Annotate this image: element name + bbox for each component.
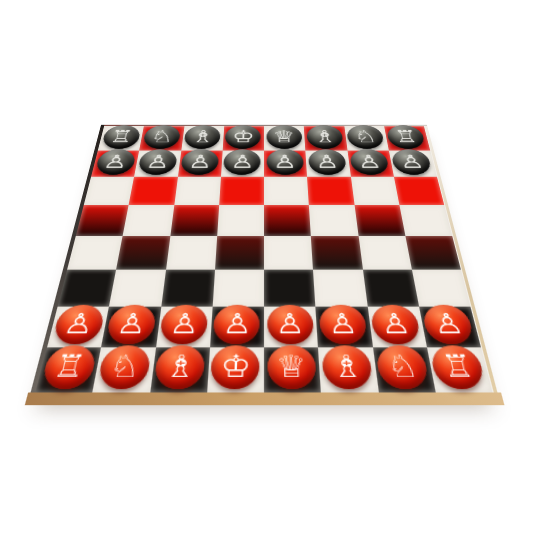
piece-red-pawn-b2[interactable]: ♙ bbox=[105, 305, 157, 345]
square-g5[interactable] bbox=[354, 205, 405, 236]
square-h8[interactable]: ♖ bbox=[384, 126, 430, 150]
square-b2[interactable]: ♙ bbox=[101, 307, 160, 348]
chess-piece-glyph: ♙ bbox=[315, 153, 340, 171]
piece-black-pawn-c7[interactable]: ♙ bbox=[180, 149, 219, 174]
piece-red-pawn-a2[interactable]: ♙ bbox=[51, 305, 106, 345]
piece-red-bishop-f1[interactable]: ♗ bbox=[321, 345, 373, 389]
chess-piece-glyph: ♙ bbox=[187, 153, 212, 171]
square-f1[interactable]: ♗ bbox=[318, 347, 378, 392]
square-e3[interactable] bbox=[264, 270, 316, 307]
piece-red-rook-a1[interactable]: ♖ bbox=[39, 345, 97, 389]
square-d8[interactable]: ♔ bbox=[222, 126, 264, 150]
chess-piece-glyph: ♙ bbox=[273, 153, 297, 171]
piece-red-rook-h1[interactable]: ♖ bbox=[429, 345, 487, 389]
piece-black-pawn-g7[interactable]: ♙ bbox=[349, 149, 390, 174]
square-c3[interactable] bbox=[161, 270, 215, 307]
piece-black-pawn-f7[interactable]: ♙ bbox=[308, 149, 347, 174]
chess-piece-glyph: ♘ bbox=[353, 129, 378, 146]
piece-black-pawn-a7[interactable]: ♙ bbox=[94, 149, 136, 174]
piece-black-knight-g8[interactable]: ♘ bbox=[346, 125, 385, 149]
chess-piece-glyph: ♔ bbox=[232, 129, 255, 146]
square-f2[interactable]: ♙ bbox=[316, 307, 373, 348]
square-b4[interactable] bbox=[116, 236, 170, 270]
square-h3[interactable] bbox=[412, 270, 471, 307]
square-f7[interactable]: ♙ bbox=[306, 151, 351, 177]
square-e5[interactable] bbox=[264, 205, 311, 236]
square-h5[interactable] bbox=[399, 205, 452, 236]
board-grid: ♖♘♗♔♕♗♘♖♙♙♙♙♙♙♙♙♙♙♙♙♙♙♙♙♖♘♗♔♕♗♘♖ bbox=[35, 126, 492, 392]
piece-red-pawn-c2[interactable]: ♙ bbox=[159, 305, 209, 345]
chess-piece-glyph: ♙ bbox=[115, 310, 149, 338]
chess-piece-glyph: ♖ bbox=[50, 351, 88, 382]
chess-piece-glyph: ♗ bbox=[313, 129, 337, 146]
piece-black-pawn-e7[interactable]: ♙ bbox=[266, 149, 303, 174]
piece-black-rook-h8[interactable]: ♖ bbox=[386, 125, 427, 149]
square-b1[interactable]: ♘ bbox=[93, 347, 156, 392]
piece-black-pawn-d7[interactable]: ♙ bbox=[223, 149, 261, 174]
board-bottom-edge bbox=[25, 392, 505, 405]
chess-board: ♖♘♗♔♕♗♘♖♙♙♙♙♙♙♙♙♙♙♙♙♙♙♙♙♖♘♗♔♕♗♘♖ bbox=[27, 125, 500, 405]
chess-piece-glyph: ♙ bbox=[102, 153, 129, 171]
square-a1[interactable]: ♖ bbox=[35, 347, 101, 392]
chess-piece-glyph: ♗ bbox=[190, 129, 214, 146]
chess-piece-glyph: ♘ bbox=[385, 351, 421, 382]
square-d5[interactable] bbox=[217, 205, 264, 236]
square-a8[interactable]: ♖ bbox=[98, 126, 144, 150]
piece-red-pawn-f2[interactable]: ♙ bbox=[318, 305, 368, 345]
square-g4[interactable] bbox=[358, 236, 412, 270]
piece-red-pawn-g2[interactable]: ♙ bbox=[370, 305, 422, 345]
photo-background: ♖♘♗♔♕♗♘♖♙♙♙♙♙♙♙♙♙♙♙♙♙♙♙♙♖♘♗♔♕♗♘♖ bbox=[0, 0, 533, 533]
square-a7[interactable]: ♙ bbox=[91, 151, 139, 177]
piece-black-pawn-b7[interactable]: ♙ bbox=[137, 149, 178, 174]
square-c5[interactable] bbox=[170, 205, 219, 236]
chess-piece-glyph: ♙ bbox=[145, 153, 171, 171]
piece-red-knight-g1[interactable]: ♘ bbox=[375, 345, 430, 389]
square-d7[interactable]: ♙ bbox=[221, 151, 264, 177]
square-e6[interactable] bbox=[264, 177, 309, 205]
chess-piece-glyph: ♖ bbox=[108, 129, 134, 146]
square-d1[interactable]: ♔ bbox=[207, 347, 264, 392]
square-d4[interactable] bbox=[215, 236, 264, 270]
square-e1[interactable]: ♕ bbox=[264, 347, 321, 392]
chess-piece-glyph: ♗ bbox=[330, 351, 364, 382]
square-a2[interactable]: ♙ bbox=[47, 307, 109, 348]
piece-red-bishop-c1[interactable]: ♗ bbox=[153, 345, 205, 389]
square-h7[interactable]: ♙ bbox=[389, 151, 437, 177]
square-b5[interactable] bbox=[123, 205, 174, 236]
square-b8[interactable]: ♘ bbox=[139, 126, 184, 150]
square-h2[interactable]: ♙ bbox=[419, 307, 481, 348]
square-f4[interactable] bbox=[311, 236, 362, 270]
chess-piece-glyph: ♕ bbox=[276, 351, 308, 382]
piece-red-pawn-d2[interactable]: ♙ bbox=[213, 305, 260, 345]
square-h1[interactable]: ♖ bbox=[427, 347, 493, 392]
piece-black-pawn-h7[interactable]: ♙ bbox=[391, 149, 433, 174]
piece-black-bishop-f8[interactable]: ♗ bbox=[306, 125, 344, 149]
square-g8[interactable]: ♘ bbox=[344, 126, 389, 150]
chess-piece-glyph: ♙ bbox=[398, 153, 425, 171]
square-c2[interactable]: ♙ bbox=[156, 307, 213, 348]
square-f5[interactable] bbox=[309, 205, 358, 236]
square-a4[interactable] bbox=[67, 236, 123, 270]
square-h6[interactable] bbox=[394, 177, 445, 205]
chess-piece-glyph: ♙ bbox=[275, 310, 305, 338]
chess-piece-glyph: ♘ bbox=[149, 129, 174, 146]
square-d2[interactable]: ♙ bbox=[210, 307, 264, 348]
square-a3[interactable] bbox=[58, 270, 117, 307]
square-c7[interactable]: ♙ bbox=[178, 151, 223, 177]
chess-piece-glyph: ♙ bbox=[431, 310, 466, 338]
chess-piece-glyph: ♙ bbox=[61, 310, 96, 338]
piece-black-bishop-c8[interactable]: ♗ bbox=[183, 125, 221, 149]
piece-red-queen-e1[interactable]: ♕ bbox=[267, 345, 317, 389]
chess-piece-glyph: ♔ bbox=[220, 351, 252, 382]
square-g2[interactable]: ♙ bbox=[367, 307, 426, 348]
square-b3[interactable] bbox=[109, 270, 165, 307]
piece-red-knight-b1[interactable]: ♘ bbox=[96, 345, 151, 389]
square-g7[interactable]: ♙ bbox=[347, 151, 394, 177]
square-c4[interactable] bbox=[166, 236, 217, 270]
square-e8[interactable]: ♕ bbox=[264, 126, 306, 150]
square-b7[interactable]: ♙ bbox=[134, 151, 181, 177]
chess-piece-glyph: ♙ bbox=[230, 153, 254, 171]
square-f6[interactable] bbox=[307, 177, 354, 205]
chess-piece-glyph: ♕ bbox=[273, 129, 296, 146]
chess-piece-glyph: ♙ bbox=[168, 310, 200, 338]
square-g6[interactable] bbox=[350, 177, 399, 205]
chess-piece-glyph: ♖ bbox=[393, 129, 419, 146]
piece-black-knight-b8[interactable]: ♘ bbox=[142, 125, 181, 149]
square-h4[interactable] bbox=[405, 236, 461, 270]
chess-piece-glyph: ♙ bbox=[356, 153, 382, 171]
piece-red-king-d1[interactable]: ♔ bbox=[210, 345, 260, 389]
piece-black-queen-e8[interactable]: ♕ bbox=[266, 125, 302, 149]
chess-piece-glyph: ♙ bbox=[222, 310, 252, 338]
square-e4[interactable] bbox=[264, 236, 313, 270]
square-e7[interactable]: ♙ bbox=[264, 151, 307, 177]
square-c1[interactable]: ♗ bbox=[150, 347, 210, 392]
square-f8[interactable]: ♗ bbox=[304, 126, 347, 150]
square-b6[interactable] bbox=[129, 177, 178, 205]
chess-piece-glyph: ♙ bbox=[379, 310, 413, 338]
square-a5[interactable] bbox=[76, 205, 129, 236]
square-c6[interactable] bbox=[174, 177, 221, 205]
square-g1[interactable]: ♘ bbox=[372, 347, 435, 392]
square-a6[interactable] bbox=[84, 177, 135, 205]
piece-black-king-d8[interactable]: ♔ bbox=[225, 125, 261, 149]
chess-piece-glyph: ♗ bbox=[163, 351, 197, 382]
square-d3[interactable] bbox=[212, 270, 264, 307]
piece-red-pawn-h2[interactable]: ♙ bbox=[421, 305, 476, 345]
square-f3[interactable] bbox=[313, 270, 367, 307]
square-g3[interactable] bbox=[362, 270, 418, 307]
square-d6[interactable] bbox=[219, 177, 264, 205]
piece-black-rook-a8[interactable]: ♖ bbox=[101, 125, 142, 149]
piece-red-pawn-e2[interactable]: ♙ bbox=[267, 305, 314, 345]
chess-piece-glyph: ♙ bbox=[327, 310, 359, 338]
chess-piece-glyph: ♖ bbox=[439, 351, 476, 382]
square-c8[interactable]: ♗ bbox=[181, 126, 224, 150]
chess-piece-glyph: ♘ bbox=[107, 351, 143, 382]
square-e2[interactable]: ♙ bbox=[264, 307, 318, 348]
